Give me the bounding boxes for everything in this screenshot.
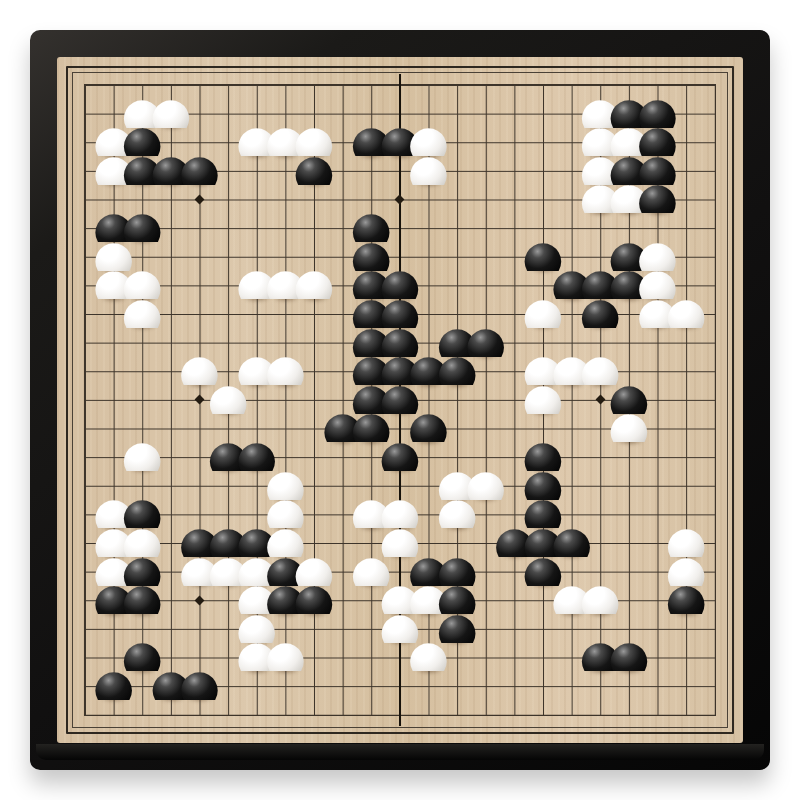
stone-white[interactable]: ● [264,643,306,671]
stone-white[interactable]: ● [522,300,564,328]
intersection[interactable] [529,643,558,672]
intersection[interactable] [672,386,701,415]
intersection[interactable] [643,700,672,729]
intersection[interactable] [700,443,729,472]
intersection[interactable] [700,185,729,214]
intersection[interactable] [471,271,500,300]
intersection[interactable] [700,386,729,415]
stone-white[interactable]: ● [207,386,249,414]
intersection[interactable] [357,672,386,701]
intersection[interactable]: ● [672,586,701,615]
intersection[interactable] [328,672,357,701]
intersection[interactable] [500,128,529,157]
intersection[interactable] [471,185,500,214]
intersection[interactable] [500,99,529,128]
intersection[interactable]: ● [615,414,644,443]
intersection[interactable] [500,185,529,214]
intersection[interactable]: ● [128,586,157,615]
intersection[interactable] [529,71,558,100]
stone-white[interactable]: ● [665,300,707,328]
intersection[interactable] [414,700,443,729]
intersection[interactable]: ● [300,157,329,186]
intersection[interactable] [500,672,529,701]
intersection[interactable] [443,214,472,243]
intersection[interactable] [271,214,300,243]
intersection[interactable]: ● [271,357,300,386]
intersection[interactable]: ● [414,643,443,672]
intersection[interactable] [185,242,214,271]
intersection[interactable] [529,185,558,214]
intersection[interactable] [700,242,729,271]
intersection[interactable] [71,443,100,472]
intersection[interactable] [700,157,729,186]
intersection[interactable]: ● [643,185,672,214]
intersection[interactable]: ● [443,357,472,386]
stone-white[interactable]: ● [522,386,564,414]
intersection[interactable] [586,471,615,500]
stone-black[interactable]: ● [179,157,221,185]
intersection[interactable] [700,71,729,100]
intersection[interactable]: ● [672,300,701,329]
intersection[interactable] [99,357,128,386]
stone-black[interactable]: ● [579,300,621,328]
intersection[interactable]: ● [300,586,329,615]
intersection[interactable]: ● [586,586,615,615]
intersection[interactable]: ● [615,643,644,672]
intersection[interactable]: ● [99,672,128,701]
go-board-photo: ●●●●●●●●●●●●●●●●●●●●●●●●●●●●●●●●●●●●●●●●… [0,0,800,800]
intersection[interactable] [500,157,529,186]
intersection[interactable] [357,700,386,729]
intersection[interactable] [700,672,729,701]
intersection[interactable] [71,328,100,357]
stones-grid: ●●●●●●●●●●●●●●●●●●●●●●●●●●●●●●●●●●●●●●●●… [71,71,729,729]
intersection[interactable] [128,357,157,386]
intersection[interactable]: ● [386,443,415,472]
intersection[interactable] [271,700,300,729]
intersection[interactable] [500,615,529,644]
intersection[interactable] [672,443,701,472]
stone-white[interactable]: ● [579,586,621,614]
intersection[interactable] [443,71,472,100]
intersection[interactable]: ● [128,300,157,329]
intersection[interactable] [328,71,357,100]
intersection[interactable] [586,700,615,729]
intersection[interactable] [71,357,100,386]
stone-white[interactable]: ● [436,500,478,528]
intersection[interactable] [471,157,500,186]
stone-white[interactable]: ● [408,643,450,671]
intersection[interactable] [471,672,500,701]
intersection[interactable] [672,672,701,701]
intersection[interactable]: ● [271,643,300,672]
intersection[interactable] [185,615,214,644]
intersection[interactable] [700,357,729,386]
intersection[interactable] [615,700,644,729]
intersection[interactable] [471,128,500,157]
intersection[interactable] [443,242,472,271]
intersection[interactable]: ● [414,157,443,186]
stone-white[interactable]: ● [408,157,450,185]
intersection[interactable] [471,71,500,100]
intersection[interactable] [700,414,729,443]
intersection[interactable] [615,529,644,558]
intersection[interactable] [557,700,586,729]
stone-white[interactable]: ● [608,414,650,442]
stone-black[interactable]: ● [293,157,335,185]
intersection[interactable] [300,214,329,243]
intersection[interactable] [643,471,672,500]
intersection[interactable] [529,128,558,157]
intersection[interactable] [128,386,157,415]
intersection[interactable]: ● [586,300,615,329]
intersection[interactable] [242,71,271,100]
intersection[interactable] [672,357,701,386]
intersection[interactable] [700,471,729,500]
intersection[interactable] [185,214,214,243]
stone-white[interactable]: ● [264,357,306,385]
intersection[interactable] [386,71,415,100]
intersection[interactable] [471,242,500,271]
intersection[interactable] [443,700,472,729]
intersection[interactable] [71,414,100,443]
intersection[interactable] [529,700,558,729]
stone-black[interactable]: ● [293,586,335,614]
intersection[interactable] [529,99,558,128]
intersection[interactable] [99,386,128,415]
intersection[interactable] [471,99,500,128]
intersection[interactable] [529,672,558,701]
intersection[interactable] [500,700,529,729]
intersection[interactable] [271,71,300,100]
intersection[interactable] [443,271,472,300]
intersection[interactable] [214,214,243,243]
intersection[interactable] [242,700,271,729]
intersection[interactable] [214,71,243,100]
intersection[interactable] [328,700,357,729]
stone-black[interactable]: ● [665,586,707,614]
intersection[interactable] [471,700,500,729]
stone-black[interactable]: ● [637,185,679,213]
intersection[interactable] [71,71,100,100]
intersection[interactable]: ● [529,386,558,415]
intersection[interactable]: ● [128,443,157,472]
intersection[interactable] [71,386,100,415]
intersection[interactable] [672,471,701,500]
intersection[interactable]: ● [300,271,329,300]
board-frame-bottom-edge [36,744,764,760]
intersection[interactable] [700,99,729,128]
intersection[interactable] [300,71,329,100]
intersection[interactable] [242,214,271,243]
intersection[interactable]: ● [214,386,243,415]
intersection[interactable] [500,643,529,672]
intersection[interactable] [471,214,500,243]
intersection[interactable] [700,643,729,672]
stone-black[interactable]: ● [93,672,135,700]
intersection[interactable] [414,71,443,100]
intersection[interactable] [242,185,271,214]
stone-black[interactable]: ● [608,643,650,671]
stone-black[interactable]: ● [379,443,421,471]
intersection[interactable] [328,643,357,672]
intersection[interactable] [672,700,701,729]
intersection[interactable]: ● [185,157,214,186]
intersection[interactable] [672,643,701,672]
intersection[interactable] [700,128,729,157]
intersection[interactable] [500,71,529,100]
stone-black[interactable]: ● [179,672,221,700]
intersection[interactable]: ● [443,500,472,529]
intersection[interactable] [700,214,729,243]
stone-black[interactable]: ● [121,586,163,614]
stone-black[interactable]: ● [436,357,478,385]
intersection[interactable] [386,700,415,729]
intersection[interactable] [185,300,214,329]
intersection[interactable]: ● [529,300,558,329]
intersection[interactable] [185,271,214,300]
intersection[interactable] [700,700,729,729]
intersection[interactable] [672,414,701,443]
intersection[interactable] [471,414,500,443]
intersection[interactable] [357,71,386,100]
intersection[interactable] [529,157,558,186]
stone-white[interactable]: ● [121,300,163,328]
stone-white[interactable]: ● [293,271,335,299]
intersection[interactable] [300,700,329,729]
stone-white[interactable]: ● [121,443,163,471]
intersection[interactable] [414,214,443,243]
intersection[interactable] [615,471,644,500]
intersection[interactable] [615,500,644,529]
intersection[interactable]: ● [185,672,214,701]
